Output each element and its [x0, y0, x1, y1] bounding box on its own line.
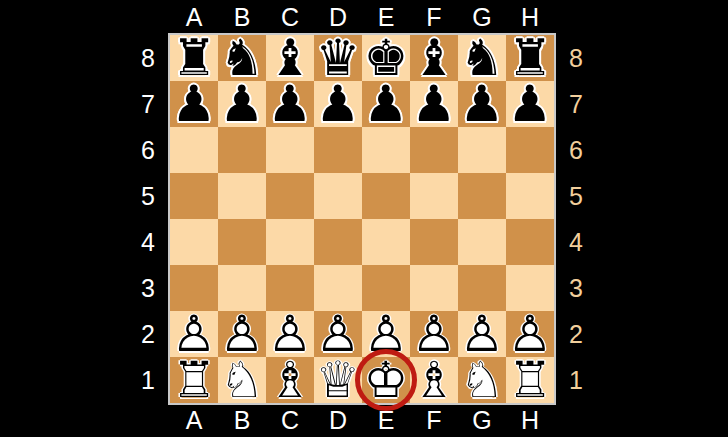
file-label-c: C	[266, 405, 314, 435]
square-h4[interactable]	[506, 219, 554, 265]
white-knight: ♞♘	[458, 357, 506, 403]
rank-label-1: 1	[556, 357, 596, 403]
file-label-a: A	[170, 405, 218, 435]
piece-outline: ♗	[268, 357, 313, 403]
piece-outline: ♘	[460, 357, 505, 403]
rank-label-6: 6	[128, 127, 168, 173]
file-label-h: H	[506, 2, 554, 32]
square-a1[interactable]: ♜♖	[170, 357, 218, 403]
rank-label-3: 3	[556, 265, 596, 311]
rank-label-8: 8	[128, 35, 168, 81]
rank-label-4: 4	[556, 219, 596, 265]
rank-label-6: 6	[556, 127, 596, 173]
file-label-e: E	[362, 2, 410, 32]
black-pawn: ♟	[458, 81, 506, 127]
square-e1[interactable]: ♚♔	[362, 357, 410, 403]
square-b1[interactable]: ♞♘	[218, 357, 266, 403]
file-label-a: A	[170, 2, 218, 32]
white-knight: ♞♘	[218, 357, 266, 403]
file-label-d: D	[314, 405, 362, 435]
chess-diagram: A B C D E F G H 8 7 6 5 4 3 2 1 ♜♞♝♛♚♝♞♜…	[0, 0, 728, 437]
piece-outline: ♖	[508, 357, 553, 403]
file-label-b: B	[218, 405, 266, 435]
square-h5[interactable]	[506, 173, 554, 219]
square-b6[interactable]	[218, 127, 266, 173]
black-pawn: ♟	[314, 81, 362, 127]
piece-outline: ♖	[172, 357, 217, 403]
square-a5[interactable]	[170, 173, 218, 219]
rank-label-7: 7	[556, 81, 596, 127]
rank-label-1: 1	[128, 357, 168, 403]
square-c6[interactable]	[266, 127, 314, 173]
rank-label-2: 2	[128, 311, 168, 357]
square-f6[interactable]	[410, 127, 458, 173]
file-labels-bottom: A B C D E F G H	[170, 405, 554, 435]
rank-label-2: 2	[556, 311, 596, 357]
rank-label-5: 5	[128, 173, 168, 219]
square-a7[interactable]: ♟	[170, 81, 218, 127]
file-label-d: D	[314, 2, 362, 32]
rank-label-5: 5	[556, 173, 596, 219]
square-c5[interactable]	[266, 173, 314, 219]
square-f1[interactable]: ♝♗	[410, 357, 458, 403]
square-d7[interactable]: ♟	[314, 81, 362, 127]
square-c4[interactable]	[266, 219, 314, 265]
square-e6[interactable]	[362, 127, 410, 173]
square-b7[interactable]: ♟	[218, 81, 266, 127]
rank-label-3: 3	[128, 265, 168, 311]
square-d5[interactable]	[314, 173, 362, 219]
white-bishop: ♝♗	[266, 357, 314, 403]
square-g4[interactable]	[458, 219, 506, 265]
file-label-f: F	[410, 405, 458, 435]
black-pawn: ♟	[218, 81, 266, 127]
rank-label-7: 7	[128, 81, 168, 127]
square-d4[interactable]	[314, 219, 362, 265]
square-a4[interactable]	[170, 219, 218, 265]
file-label-g: G	[458, 405, 506, 435]
black-pawn: ♟	[362, 81, 410, 127]
file-label-e: E	[362, 405, 410, 435]
square-h1[interactable]: ♜♖	[506, 357, 554, 403]
square-g7[interactable]: ♟	[458, 81, 506, 127]
square-f5[interactable]	[410, 173, 458, 219]
square-c7[interactable]: ♟	[266, 81, 314, 127]
piece-outline: ♗	[412, 357, 457, 403]
file-label-g: G	[458, 2, 506, 32]
black-pawn: ♟	[170, 81, 218, 127]
black-pawn: ♟	[506, 81, 554, 127]
rank-labels-right: 8 7 6 5 4 3 2 1	[556, 35, 596, 403]
piece-outline: ♔	[364, 357, 409, 403]
white-king: ♚♔	[362, 357, 410, 403]
square-g6[interactable]	[458, 127, 506, 173]
square-g1[interactable]: ♞♘	[458, 357, 506, 403]
square-h6[interactable]	[506, 127, 554, 173]
file-label-b: B	[218, 2, 266, 32]
black-pawn: ♟	[266, 81, 314, 127]
rank-label-8: 8	[556, 35, 596, 81]
piece-outline: ♘	[220, 357, 265, 403]
square-g5[interactable]	[458, 173, 506, 219]
square-d6[interactable]	[314, 127, 362, 173]
square-f7[interactable]: ♟	[410, 81, 458, 127]
square-b4[interactable]	[218, 219, 266, 265]
square-h7[interactable]: ♟	[506, 81, 554, 127]
piece-outline: ♕	[316, 357, 361, 403]
square-e5[interactable]	[362, 173, 410, 219]
file-label-c: C	[266, 2, 314, 32]
square-e7[interactable]: ♟	[362, 81, 410, 127]
square-e4[interactable]	[362, 219, 410, 265]
rank-labels-left: 8 7 6 5 4 3 2 1	[128, 35, 168, 403]
white-rook: ♜♖	[506, 357, 554, 403]
file-labels-top: A B C D E F G H	[170, 2, 554, 32]
square-f4[interactable]	[410, 219, 458, 265]
square-b5[interactable]	[218, 173, 266, 219]
square-c1[interactable]: ♝♗	[266, 357, 314, 403]
square-a6[interactable]	[170, 127, 218, 173]
black-pawn: ♟	[410, 81, 458, 127]
file-label-h: H	[506, 405, 554, 435]
square-d1[interactable]: ♛♕	[314, 357, 362, 403]
rank-label-4: 4	[128, 219, 168, 265]
chess-board: ♜♞♝♛♚♝♞♜♟♟♟♟♟♟♟♟♟♙♟♙♟♙♟♙♟♙♟♙♟♙♟♙♜♖♞♘♝♗♛♕…	[170, 35, 554, 403]
white-queen: ♛♕	[314, 357, 362, 403]
file-label-f: F	[410, 2, 458, 32]
white-rook: ♜♖	[170, 357, 218, 403]
white-bishop: ♝♗	[410, 357, 458, 403]
